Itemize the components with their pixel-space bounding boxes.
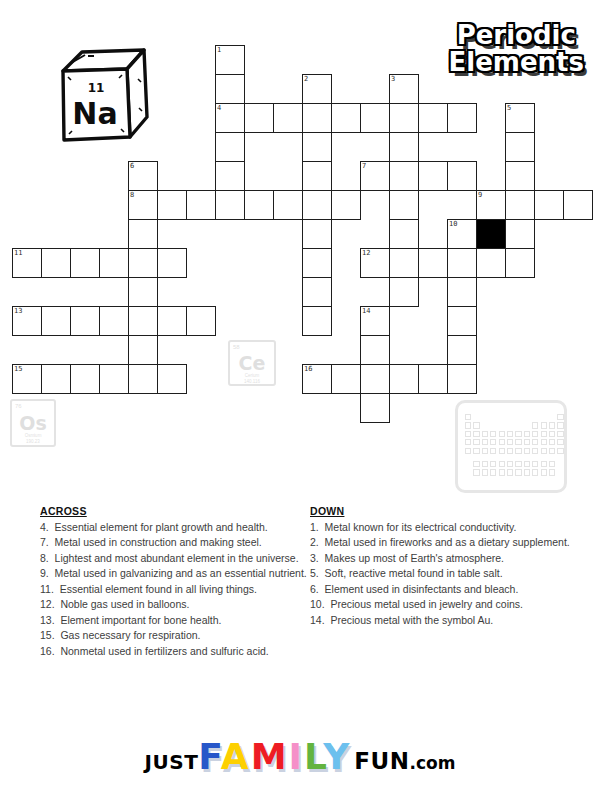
grid-cell[interactable] <box>215 132 245 162</box>
clue-number-2: 2 <box>304 75 308 83</box>
watermark-table-square <box>490 461 496 467</box>
grid-cell[interactable] <box>157 190 187 220</box>
grid-cell[interactable] <box>389 103 419 133</box>
grid-cell[interactable] <box>418 248 448 278</box>
watermark-table-square <box>465 439 471 445</box>
watermark-table-square <box>524 448 530 454</box>
watermark-table-square <box>507 469 513 475</box>
grid-cell[interactable] <box>244 190 274 220</box>
grid-cell[interactable] <box>215 190 245 220</box>
grid-cell[interactable] <box>360 335 390 365</box>
grid-cell[interactable] <box>476 248 506 278</box>
grid-cell[interactable] <box>41 248 71 278</box>
grid-cell[interactable] <box>302 248 332 278</box>
clue-number-11: 11 <box>14 249 22 257</box>
grid-cell[interactable] <box>128 219 158 249</box>
sodium-element-cube-illustration: 11 Na <box>54 44 154 148</box>
logo-fun: FUN <box>354 748 409 774</box>
grid-cell[interactable] <box>41 306 71 336</box>
watermark-table-square <box>507 461 513 467</box>
logo-family-letter-A: A <box>221 736 251 777</box>
clue-number-15: 15 <box>14 365 22 373</box>
grid-cell[interactable] <box>302 306 332 336</box>
watermark-table-square <box>524 461 530 467</box>
watermark-table-square <box>532 431 538 437</box>
clue-number-8: 8 <box>130 191 134 199</box>
clue-2: 2. Metal used in fireworks and as a diet… <box>310 535 594 551</box>
grid-cell[interactable] <box>505 219 535 249</box>
grid-cell[interactable] <box>157 248 187 278</box>
clue-number-10: 10 <box>449 220 457 228</box>
watermark-table-square <box>549 461 555 467</box>
worksheet-page: 11 Na Periodic Elements 1234567891011121… <box>0 0 600 800</box>
clue-7: 7. Metal used in construction and making… <box>40 535 332 551</box>
page-title-line2: Elements <box>449 49 584 76</box>
across-clues-section: ACROSS 4. Essential element for plant gr… <box>40 504 332 659</box>
grid-cell[interactable] <box>70 248 100 278</box>
logo-com: .com <box>409 753 455 773</box>
page-title: Periodic Elements <box>449 22 584 76</box>
watermark-table-square <box>490 469 496 475</box>
grid-cell[interactable] <box>389 219 419 249</box>
watermark-table-square <box>524 431 530 437</box>
grid-cell[interactable] <box>302 161 332 191</box>
watermark-table-square <box>499 439 505 445</box>
grid-cell[interactable] <box>128 248 158 278</box>
grid-cell[interactable] <box>447 277 477 307</box>
clue-12: 12. Noble gas used in balloons. <box>40 597 332 613</box>
grid-cell[interactable] <box>186 190 216 220</box>
clue-number-1: 1 <box>217 46 221 54</box>
grid-cell[interactable] <box>505 161 535 191</box>
grid-cell[interactable] <box>99 364 129 394</box>
clue-number-6: 6 <box>130 162 134 170</box>
na-cube-drawing: 11 Na <box>54 44 154 144</box>
grid-cell[interactable] <box>389 161 419 191</box>
watermark-table-square <box>532 461 538 467</box>
grid-cell[interactable] <box>418 161 448 191</box>
clue-1: 1. Metal known for its electrical conduc… <box>310 520 594 536</box>
grid-cell[interactable] <box>70 364 100 394</box>
grid-cell[interactable] <box>447 306 477 336</box>
watermark-table-square <box>515 431 521 437</box>
grid-cell[interactable] <box>157 364 187 394</box>
page-title-line1: Periodic <box>449 22 584 49</box>
grid-cell[interactable] <box>389 364 419 394</box>
clue-number-12: 12 <box>362 249 370 257</box>
logo-family-letter-M: M <box>251 736 289 777</box>
grid-cell[interactable] <box>302 132 332 162</box>
clue-number-3: 3 <box>391 75 395 83</box>
grid-cell[interactable] <box>360 393 390 423</box>
watermark-table-square <box>507 448 513 454</box>
watermark-table-square <box>541 439 547 445</box>
grid-cell[interactable] <box>563 190 593 220</box>
watermark-table-square <box>499 448 505 454</box>
clue-14: 14. Precious metal with the symbol Au. <box>310 613 594 629</box>
down-header: DOWN <box>310 504 594 520</box>
grid-cell[interactable] <box>418 364 448 394</box>
watermark-table-square <box>473 469 479 475</box>
watermark-table-square <box>482 431 488 437</box>
clue-15: 15. Gas necessary for respiration. <box>40 628 332 644</box>
clue-number-7: 7 <box>362 162 366 170</box>
watermark-table-square <box>507 431 513 437</box>
watermark-table-square <box>549 431 555 437</box>
watermark-table-square <box>549 439 555 445</box>
os-mass: 190.23 <box>12 439 54 445</box>
grid-cell[interactable] <box>273 190 303 220</box>
watermark-table-square <box>490 439 496 445</box>
grid-cell[interactable] <box>505 132 535 162</box>
grid-cell[interactable] <box>360 364 390 394</box>
clue-5: 5. Soft, reactive metal found in table s… <box>310 566 594 582</box>
grid-cell[interactable] <box>505 190 535 220</box>
watermark-table-square <box>532 439 538 445</box>
across-clue-list: 4. Essential element for plant growth an… <box>40 520 332 660</box>
logo-family-letter-F: F <box>198 736 220 777</box>
watermark-table-square <box>473 431 479 437</box>
grid-cell[interactable] <box>389 132 419 162</box>
watermark-table-square <box>465 448 471 454</box>
grid-cell[interactable] <box>41 364 71 394</box>
watermark-table-square <box>507 439 513 445</box>
watermark-table-square <box>473 461 479 467</box>
grid-cell[interactable] <box>389 248 419 278</box>
logo-family-letter-Y: Y <box>323 736 351 777</box>
grid-cell[interactable] <box>331 364 361 394</box>
grid-cell[interactable] <box>186 306 216 336</box>
watermark-table-square <box>549 448 555 454</box>
grid-cell[interactable] <box>215 161 245 191</box>
clue-number-16: 16 <box>304 365 312 373</box>
grid-cell[interactable] <box>505 248 535 278</box>
down-clue-list: 1. Metal known for its electrical conduc… <box>310 520 594 629</box>
grid-cell[interactable] <box>215 74 245 104</box>
clue-9: 9. Metal used in galvanizing and as an e… <box>40 566 332 582</box>
clue-16: 16. Nonmetal used in fertilizers and sul… <box>40 644 332 660</box>
blocked-cell <box>476 219 506 249</box>
watermark-table-square <box>541 448 547 454</box>
grid-cell[interactable] <box>389 190 419 220</box>
grid-cell[interactable] <box>157 306 187 336</box>
watermark-table-square <box>557 448 563 454</box>
clue-13: 13. Element important for bone health. <box>40 613 332 629</box>
clue-number-14: 14 <box>362 307 370 315</box>
watermark-table-square <box>557 439 563 445</box>
grid-cell[interactable] <box>418 103 448 133</box>
na-symbol: Na <box>72 96 117 131</box>
clue-11: 11. Essential element found in all livin… <box>40 582 332 598</box>
grid-cell[interactable] <box>447 248 477 278</box>
grid-cell[interactable] <box>447 364 477 394</box>
logo-family-letter-I: I <box>289 736 304 777</box>
grid-cell[interactable] <box>302 190 332 220</box>
watermark-table-square <box>482 461 488 467</box>
watermark-table-square <box>541 469 547 475</box>
clue-number-13: 13 <box>14 307 22 315</box>
na-atomic-number: 11 <box>88 81 105 95</box>
grid-cell[interactable] <box>273 103 303 133</box>
grid-cell[interactable] <box>331 190 361 220</box>
grid-cell[interactable] <box>534 190 564 220</box>
grid-cell[interactable] <box>128 277 158 307</box>
watermark-table-square <box>532 448 538 454</box>
grid-cell[interactable] <box>360 103 390 133</box>
just-family-fun-logo: JUST FAMILY FUN .com <box>0 737 600 787</box>
watermark-table-square <box>482 469 488 475</box>
grid-cell[interactable] <box>128 364 158 394</box>
watermark-table-square <box>515 461 521 467</box>
grid-cell[interactable] <box>244 103 274 133</box>
grid-cell[interactable] <box>331 103 361 133</box>
watermark-table-square <box>499 431 505 437</box>
clue-6: 6. Element used in disinfectants and ble… <box>310 582 594 598</box>
watermark-table-square <box>473 439 479 445</box>
watermark-table-square <box>465 431 471 437</box>
watermark-table-square <box>515 469 521 475</box>
watermark-table-square <box>499 469 505 475</box>
grid-cell[interactable] <box>447 103 477 133</box>
clue-number-9: 9 <box>478 191 482 199</box>
watermark-table-square <box>515 439 521 445</box>
logo-family: FAMILY <box>198 737 351 777</box>
watermark-table-square <box>549 469 555 475</box>
watermark-table-square <box>490 448 496 454</box>
grid-cell[interactable] <box>447 335 477 365</box>
clue-3: 3. Makes up most of Earth's atmosphere. <box>310 551 594 567</box>
grid-cell[interactable] <box>447 161 477 191</box>
grid-cell[interactable] <box>128 335 158 365</box>
clue-number-5: 5 <box>507 104 511 112</box>
watermark-table-square <box>490 431 496 437</box>
watermark-table-square <box>541 461 547 467</box>
grid-cell[interactable] <box>302 277 332 307</box>
logo-just: JUST <box>145 750 199 774</box>
grid-cell[interactable] <box>302 103 332 133</box>
watermark-table-square <box>499 461 505 467</box>
watermark-table-square <box>515 448 521 454</box>
watermark-table-square <box>557 431 563 437</box>
watermark-table-square <box>524 439 530 445</box>
grid-cell[interactable] <box>302 219 332 249</box>
clue-10: 10. Precious metal used in jewelry and c… <box>310 597 594 613</box>
down-clues-section: DOWN 1. Metal known for its electrical c… <box>310 504 594 628</box>
grid-cell[interactable] <box>389 277 419 307</box>
grid-cell[interactable] <box>70 306 100 336</box>
clue-8: 8. Lightest and most abundant element in… <box>40 551 332 567</box>
across-header: ACROSS <box>40 504 332 520</box>
grid-cell[interactable] <box>99 306 129 336</box>
logo-family-letter-L: L <box>304 736 323 777</box>
clue-4: 4. Essential element for plant growth an… <box>40 520 332 536</box>
watermark-table-square <box>482 439 488 445</box>
watermark-table-square <box>541 431 547 437</box>
watermark-table-square <box>532 469 538 475</box>
clue-number-4: 4 <box>217 104 221 112</box>
watermark-table-square <box>524 469 530 475</box>
watermark-table-square <box>473 448 479 454</box>
grid-cell[interactable] <box>128 306 158 336</box>
grid-cell[interactable] <box>99 248 129 278</box>
watermark-table-square <box>482 448 488 454</box>
